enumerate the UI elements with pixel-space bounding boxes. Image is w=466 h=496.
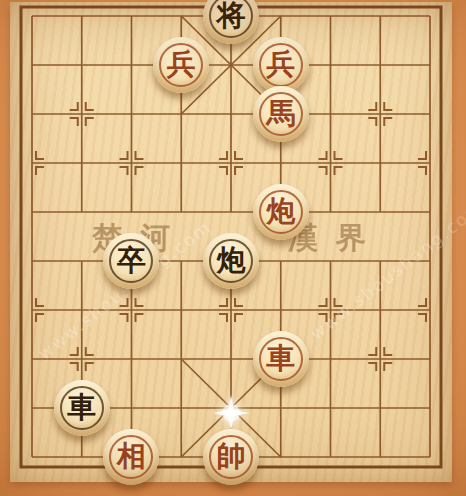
red-cannon[interactable]: 炮 [253, 184, 309, 240]
piece-character: 相 [117, 442, 146, 471]
red-king[interactable]: 帥 [203, 429, 259, 485]
black-general[interactable]: 将 [203, 0, 259, 44]
piece-character: 炮 [216, 246, 245, 275]
pieces-layer: 将兵兵馬炮卒炮車車相帥 [7, 0, 455, 482]
red-elephant[interactable]: 相 [103, 429, 159, 485]
piece-character: 帥 [216, 442, 245, 471]
piece-character: 兵 [167, 50, 196, 79]
red-soldier[interactable]: 兵 [153, 37, 209, 93]
piece-character: 兵 [266, 50, 295, 79]
piece-character: 炮 [266, 197, 295, 226]
red-chariot[interactable]: 車 [253, 331, 309, 387]
piece-character: 車 [67, 393, 96, 422]
piece-character: 将 [216, 1, 245, 30]
piece-character: 卒 [117, 246, 146, 275]
red-soldier[interactable]: 兵 [253, 37, 309, 93]
piece-character: 馬 [266, 99, 295, 128]
piece-character: 車 [266, 344, 295, 373]
xiangqi-game-screen: 楚河 漢界 www.shoushang.com www.shoushang.co… [0, 0, 466, 496]
black-chariot[interactable]: 車 [54, 380, 110, 436]
black-cannon[interactable]: 炮 [203, 233, 259, 289]
black-soldier[interactable]: 卒 [103, 233, 159, 289]
red-horse[interactable]: 馬 [253, 86, 309, 142]
